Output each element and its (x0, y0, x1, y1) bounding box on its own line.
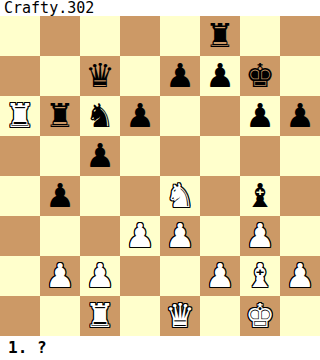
square-d5[interactable] (120, 136, 160, 176)
square-f6[interactable] (200, 96, 240, 136)
square-d4[interactable] (120, 176, 160, 216)
square-d1[interactable] (120, 296, 160, 336)
square-b7[interactable] (40, 56, 80, 96)
piece-black-king[interactable]: ♚ (240, 56, 280, 96)
square-a6[interactable]: ♜ (0, 96, 40, 136)
square-a5[interactable] (0, 136, 40, 176)
square-a1[interactable] (0, 296, 40, 336)
square-c4[interactable] (80, 176, 120, 216)
square-c6[interactable]: ♞ (80, 96, 120, 136)
piece-black-pawn[interactable]: ♟ (120, 96, 160, 136)
square-e8[interactable] (160, 16, 200, 56)
square-a7[interactable] (0, 56, 40, 96)
piece-white-pawn[interactable]: ♟ (240, 216, 280, 256)
piece-white-knight[interactable]: ♞ (160, 176, 200, 216)
square-d7[interactable] (120, 56, 160, 96)
square-c1[interactable]: ♜ (80, 296, 120, 336)
square-a8[interactable] (0, 16, 40, 56)
square-b2[interactable]: ♟ (40, 256, 80, 296)
square-f4[interactable] (200, 176, 240, 216)
piece-white-pawn[interactable]: ♟ (280, 256, 320, 296)
square-f2[interactable]: ♟ (200, 256, 240, 296)
piece-white-pawn[interactable]: ♟ (200, 256, 240, 296)
piece-white-pawn[interactable]: ♟ (120, 216, 160, 256)
piece-black-pawn[interactable]: ♟ (280, 96, 320, 136)
square-g7[interactable]: ♚ (240, 56, 280, 96)
square-f1[interactable] (200, 296, 240, 336)
square-e6[interactable] (160, 96, 200, 136)
square-b3[interactable] (40, 216, 80, 256)
square-c3[interactable] (80, 216, 120, 256)
piece-white-pawn[interactable]: ♟ (160, 216, 200, 256)
window-title: Crafty.302 (0, 0, 320, 16)
crafty-window: Crafty.302 ♜♛♟♟♚♜♜♞♟♟♟♟♟♞♝♟♟♟♟♟♟♝♟♜♛♚ 1.… (0, 0, 320, 360)
chess-board: ♜♛♟♟♚♜♜♞♟♟♟♟♟♞♝♟♟♟♟♟♟♝♟♜♛♚ (0, 16, 320, 336)
square-g1[interactable]: ♚ (240, 296, 280, 336)
piece-black-knight[interactable]: ♞ (80, 96, 120, 136)
piece-black-pawn[interactable]: ♟ (80, 136, 120, 176)
square-g2[interactable]: ♝ (240, 256, 280, 296)
square-f3[interactable] (200, 216, 240, 256)
square-h8[interactable] (280, 16, 320, 56)
piece-black-rook[interactable]: ♜ (200, 16, 240, 56)
square-f5[interactable] (200, 136, 240, 176)
piece-black-bishop[interactable]: ♝ (240, 176, 280, 216)
square-e1[interactable]: ♛ (160, 296, 200, 336)
piece-white-pawn[interactable]: ♟ (40, 256, 80, 296)
square-h5[interactable] (280, 136, 320, 176)
move-prompt: 1. ? (0, 336, 320, 360)
square-g3[interactable]: ♟ (240, 216, 280, 256)
square-a3[interactable] (0, 216, 40, 256)
square-e4[interactable]: ♞ (160, 176, 200, 216)
piece-black-pawn[interactable]: ♟ (240, 96, 280, 136)
square-h1[interactable] (280, 296, 320, 336)
square-d6[interactable]: ♟ (120, 96, 160, 136)
square-e5[interactable] (160, 136, 200, 176)
square-c5[interactable]: ♟ (80, 136, 120, 176)
square-h3[interactable] (280, 216, 320, 256)
square-b8[interactable] (40, 16, 80, 56)
square-f7[interactable]: ♟ (200, 56, 240, 96)
square-g5[interactable] (240, 136, 280, 176)
square-e7[interactable]: ♟ (160, 56, 200, 96)
square-c8[interactable] (80, 16, 120, 56)
piece-black-pawn[interactable]: ♟ (40, 176, 80, 216)
square-b4[interactable]: ♟ (40, 176, 80, 216)
piece-white-rook[interactable]: ♜ (80, 296, 120, 336)
square-d2[interactable] (120, 256, 160, 296)
square-e3[interactable]: ♟ (160, 216, 200, 256)
square-b5[interactable] (40, 136, 80, 176)
square-c7[interactable]: ♛ (80, 56, 120, 96)
piece-white-rook[interactable]: ♜ (0, 96, 40, 136)
piece-black-pawn[interactable]: ♟ (200, 56, 240, 96)
piece-white-pawn[interactable]: ♟ (80, 256, 120, 296)
piece-white-bishop[interactable]: ♝ (240, 256, 280, 296)
square-g6[interactable]: ♟ (240, 96, 280, 136)
piece-white-king[interactable]: ♚ (240, 296, 280, 336)
square-a2[interactable] (0, 256, 40, 296)
square-h4[interactable] (280, 176, 320, 216)
square-b1[interactable] (40, 296, 80, 336)
square-h7[interactable] (280, 56, 320, 96)
square-e2[interactable] (160, 256, 200, 296)
square-g4[interactable]: ♝ (240, 176, 280, 216)
square-b6[interactable]: ♜ (40, 96, 80, 136)
piece-black-rook[interactable]: ♜ (40, 96, 80, 136)
square-d3[interactable]: ♟ (120, 216, 160, 256)
square-f8[interactable]: ♜ (200, 16, 240, 56)
square-c2[interactable]: ♟ (80, 256, 120, 296)
square-g8[interactable] (240, 16, 280, 56)
square-d8[interactable] (120, 16, 160, 56)
square-h2[interactable]: ♟ (280, 256, 320, 296)
square-h6[interactable]: ♟ (280, 96, 320, 136)
piece-white-queen[interactable]: ♛ (160, 296, 200, 336)
piece-black-pawn[interactable]: ♟ (160, 56, 200, 96)
piece-black-queen[interactable]: ♛ (80, 56, 120, 96)
square-a4[interactable] (0, 176, 40, 216)
